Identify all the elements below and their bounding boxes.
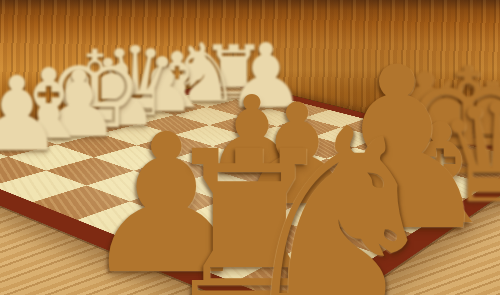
chess-photo-scene: ♟♝♟♚♟♛♟♝♞♜♟♟♞♜♚♛♟♟♟♝♟♜♞	[0, 0, 500, 295]
